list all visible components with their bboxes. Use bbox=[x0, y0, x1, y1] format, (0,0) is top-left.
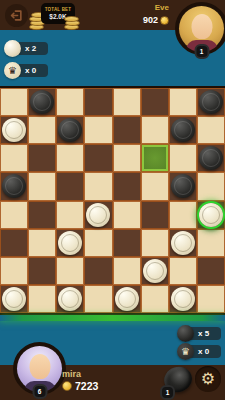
square-r2c6[interactable] bbox=[141, 116, 169, 144]
coin-icon bbox=[62, 381, 72, 391]
square-r7c3[interactable] bbox=[56, 257, 84, 285]
square-r6c1[interactable] bbox=[0, 229, 28, 257]
square-r5c5[interactable] bbox=[113, 201, 141, 229]
white-piece[interactable] bbox=[199, 203, 223, 227]
white-piece[interactable] bbox=[171, 287, 195, 311]
square-r1c2[interactable] bbox=[28, 88, 56, 116]
square-r2c5[interactable] bbox=[113, 116, 141, 144]
turn-indicator-bar bbox=[0, 315, 225, 321]
square-r6c8[interactable] bbox=[197, 229, 225, 257]
square-r3c5[interactable] bbox=[113, 144, 141, 172]
square-r2c3[interactable] bbox=[56, 116, 84, 144]
board bbox=[0, 86, 225, 315]
white-piece[interactable] bbox=[171, 231, 195, 255]
square-r5c1[interactable] bbox=[0, 201, 28, 229]
square-r5c3[interactable] bbox=[56, 201, 84, 229]
square-r3c6[interactable] bbox=[141, 144, 169, 172]
crown-icon: ♛ bbox=[177, 343, 194, 360]
player-level-badge: 6 bbox=[32, 384, 47, 399]
square-r5c8[interactable] bbox=[197, 201, 225, 229]
square-r6c7[interactable] bbox=[169, 229, 197, 257]
square-r7c6[interactable] bbox=[141, 257, 169, 285]
square-r6c6[interactable] bbox=[141, 229, 169, 257]
checkers-app: TOTAL BET $2.0K Eve 902 1 x 2 ♛ x 0 x 5 bbox=[0, 0, 225, 400]
player-avatar[interactable]: 6 bbox=[13, 342, 66, 395]
square-r6c3[interactable] bbox=[56, 229, 84, 257]
square-r6c5[interactable] bbox=[113, 229, 141, 257]
square-r7c8[interactable] bbox=[197, 257, 225, 285]
opponent-coins: 902 bbox=[143, 15, 158, 25]
player-captured-kings-counter: ♛ x 0 bbox=[177, 343, 221, 360]
opponent-level-badge: 1 bbox=[194, 44, 209, 59]
exit-icon bbox=[10, 9, 23, 22]
square-r1c3[interactable] bbox=[56, 88, 84, 116]
black-piece[interactable] bbox=[30, 90, 54, 114]
square-r2c7[interactable] bbox=[169, 116, 197, 144]
square-r8c4[interactable] bbox=[84, 285, 112, 313]
white-man-icon bbox=[4, 40, 21, 57]
total-bet-label: TOTAL BET bbox=[45, 7, 72, 12]
black-piece[interactable] bbox=[171, 174, 195, 198]
square-r1c5[interactable] bbox=[113, 88, 141, 116]
square-r4c3[interactable] bbox=[56, 172, 84, 200]
square-r4c4[interactable] bbox=[84, 172, 112, 200]
black-piece[interactable] bbox=[2, 174, 26, 198]
square-r3c1[interactable] bbox=[0, 144, 28, 172]
square-r1c6[interactable] bbox=[141, 88, 169, 116]
player-coins: 7223 bbox=[62, 380, 98, 392]
square-r7c7[interactable] bbox=[169, 257, 197, 285]
square-r1c4[interactable] bbox=[84, 88, 112, 116]
opponent-name: Eve bbox=[155, 3, 169, 12]
back-button[interactable] bbox=[5, 4, 28, 27]
gear-icon: ⚙ bbox=[201, 366, 215, 392]
square-r3c7[interactable] bbox=[169, 144, 197, 172]
square-r8c3[interactable] bbox=[56, 285, 84, 313]
black-piece[interactable] bbox=[199, 146, 223, 170]
opponent-captured-kings-counter: ♛ x 0 bbox=[4, 62, 48, 79]
square-r8c7[interactable] bbox=[169, 285, 197, 313]
white-piece[interactable] bbox=[58, 287, 82, 311]
square-r3c8[interactable] bbox=[197, 144, 225, 172]
settings-button[interactable]: ⚙ bbox=[195, 366, 221, 392]
square-r7c5[interactable] bbox=[113, 257, 141, 285]
opponent-info: Eve 902 bbox=[143, 3, 169, 25]
player-coins-value: 7223 bbox=[75, 380, 98, 392]
square-r3c3[interactable] bbox=[56, 144, 84, 172]
black-man-icon bbox=[177, 325, 194, 342]
square-r4c8[interactable] bbox=[197, 172, 225, 200]
square-r8c1[interactable] bbox=[0, 285, 28, 313]
black-piece[interactable] bbox=[171, 118, 195, 142]
square-r2c2[interactable] bbox=[28, 116, 56, 144]
square-r4c5[interactable] bbox=[113, 172, 141, 200]
square-r1c7[interactable] bbox=[169, 88, 197, 116]
player-name: mira bbox=[62, 369, 81, 379]
white-piece[interactable] bbox=[58, 231, 82, 255]
black-piece[interactable] bbox=[58, 118, 82, 142]
square-r3c2[interactable] bbox=[28, 144, 56, 172]
square-r5c2[interactable] bbox=[28, 201, 56, 229]
square-r5c6[interactable] bbox=[141, 201, 169, 229]
square-r3c4[interactable] bbox=[84, 144, 112, 172]
pieces-button-badge: 1 bbox=[160, 385, 175, 400]
square-r2c4[interactable] bbox=[84, 116, 112, 144]
square-r8c2[interactable] bbox=[28, 285, 56, 313]
square-r2c1[interactable] bbox=[0, 116, 28, 144]
square-r8c6[interactable] bbox=[141, 285, 169, 313]
square-r1c8[interactable] bbox=[197, 88, 225, 116]
square-r4c1[interactable] bbox=[0, 172, 28, 200]
black-piece[interactable] bbox=[199, 90, 223, 114]
square-r5c4[interactable] bbox=[84, 201, 112, 229]
opponent-avatar[interactable]: 1 bbox=[175, 2, 225, 55]
white-piece[interactable] bbox=[2, 287, 26, 311]
white-piece[interactable] bbox=[2, 118, 26, 142]
square-r5c7[interactable] bbox=[169, 201, 197, 229]
square-r6c2[interactable] bbox=[28, 229, 56, 257]
square-r4c2[interactable] bbox=[28, 172, 56, 200]
square-r8c5[interactable] bbox=[113, 285, 141, 313]
player-captured-men-counter: x 5 bbox=[177, 325, 221, 342]
white-piece[interactable] bbox=[115, 287, 139, 311]
square-r4c7[interactable] bbox=[169, 172, 197, 200]
square-r2c8[interactable] bbox=[197, 116, 225, 144]
coins-stack-icon bbox=[64, 14, 82, 30]
square-r7c1[interactable] bbox=[0, 257, 28, 285]
crown-icon: ♛ bbox=[4, 62, 21, 79]
square-r4c6[interactable] bbox=[141, 172, 169, 200]
coin-icon bbox=[160, 16, 169, 25]
square-r8c8[interactable] bbox=[197, 285, 225, 313]
square-r6c4[interactable] bbox=[84, 229, 112, 257]
white-piece[interactable] bbox=[86, 203, 110, 227]
square-r7c4[interactable] bbox=[84, 257, 112, 285]
white-piece[interactable] bbox=[143, 259, 167, 283]
square-r7c2[interactable] bbox=[28, 257, 56, 285]
opponent-captured-men-counter: x 2 bbox=[4, 40, 48, 57]
square-r1c1[interactable] bbox=[0, 88, 28, 116]
